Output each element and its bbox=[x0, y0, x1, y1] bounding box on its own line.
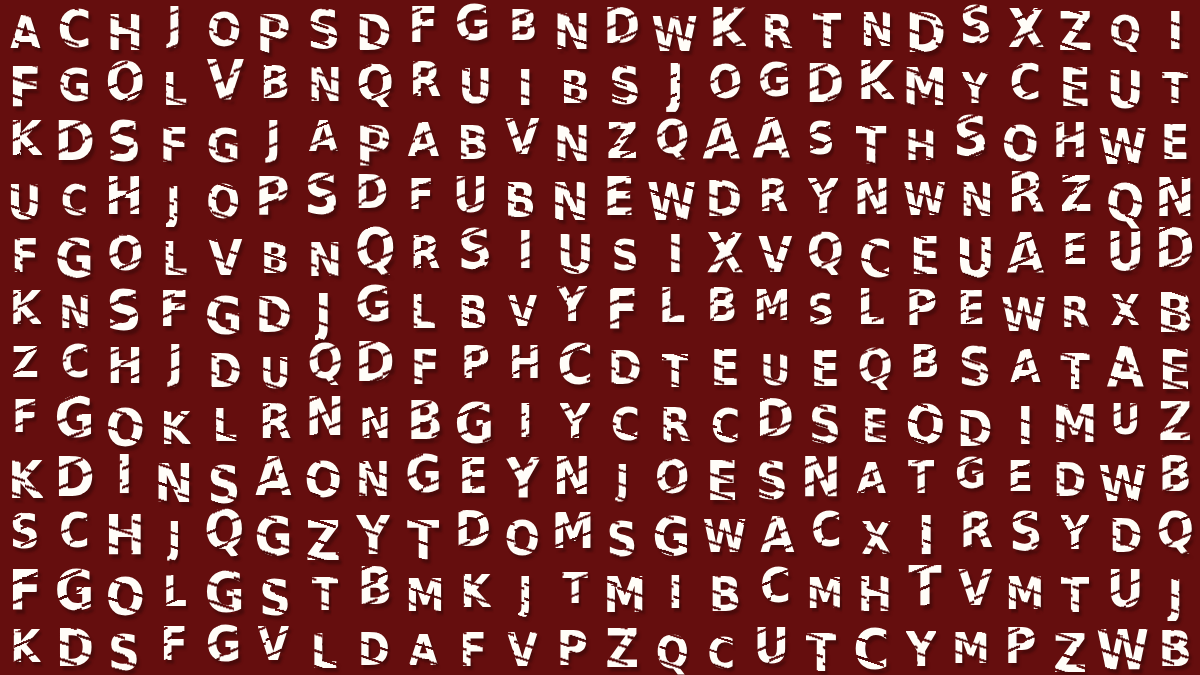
grid-cell: G bbox=[59, 63, 92, 108]
grid-cell: Q bbox=[204, 504, 244, 557]
grid-cell: B bbox=[560, 67, 589, 111]
grid-cell: Q bbox=[655, 631, 688, 675]
grid-cell: L bbox=[310, 628, 337, 675]
grid-cell: D bbox=[1109, 514, 1143, 560]
grid-cell: G bbox=[455, 0, 491, 48]
grid-cell: G bbox=[205, 564, 245, 620]
grid-cell: E bbox=[1059, 62, 1091, 115]
grid-cell: N bbox=[554, 118, 591, 168]
grid-cell: K bbox=[10, 625, 40, 669]
grid-cell: E bbox=[910, 232, 940, 283]
grid-row: SCHJQGZYTDOMSGWACXIRSYDQ bbox=[0, 506, 1200, 562]
grid-cell: D bbox=[355, 335, 395, 390]
grid-cell: G bbox=[955, 452, 986, 495]
grid-cell: Q bbox=[307, 337, 342, 384]
grid-cell: C bbox=[60, 339, 89, 384]
grid-cell: N bbox=[553, 451, 591, 503]
grid-cell: B bbox=[457, 119, 488, 166]
grid-cell: G bbox=[207, 122, 241, 169]
grid-cell: F bbox=[8, 562, 41, 617]
grid-cell: F bbox=[606, 282, 639, 336]
grid-cell: P bbox=[255, 170, 289, 223]
grid-cell: J bbox=[166, 180, 181, 227]
grid-cell: S bbox=[107, 282, 142, 338]
grid-cell: Y bbox=[807, 172, 838, 220]
grid-cell: G bbox=[455, 395, 495, 450]
grid-cell: U bbox=[259, 351, 290, 394]
grid-cell: R bbox=[761, 9, 793, 56]
grid-cell: U bbox=[1106, 226, 1144, 279]
grid-cell: R bbox=[1008, 164, 1045, 219]
grid-cell: W bbox=[1098, 122, 1147, 172]
grid-cell: S bbox=[807, 116, 835, 160]
grid-cell: B bbox=[910, 340, 940, 384]
grid-cell: A bbox=[1010, 344, 1040, 389]
grid-cell: Z bbox=[1060, 168, 1092, 219]
grid-cell: H bbox=[107, 341, 143, 390]
grid-cell: E bbox=[1008, 455, 1034, 498]
grid-cell: S bbox=[307, 4, 340, 57]
grid-cell: S bbox=[458, 222, 493, 277]
grid-cell: H bbox=[905, 123, 937, 166]
grid-cell: W bbox=[647, 178, 696, 229]
grid-cell: S bbox=[808, 289, 835, 331]
grid-cell: D bbox=[957, 404, 993, 453]
grid-cell: F bbox=[159, 284, 189, 334]
grid-cell: W bbox=[1000, 292, 1045, 339]
grid-cell: D bbox=[1054, 458, 1087, 504]
grid-cell: L bbox=[857, 283, 885, 333]
grid-cell: R bbox=[259, 397, 291, 445]
grid-cell: U bbox=[1106, 65, 1143, 117]
grid-cell: N bbox=[554, 6, 591, 56]
grid-cell: E bbox=[1161, 119, 1190, 167]
grid-cell: C bbox=[59, 507, 90, 555]
grid-cell: F bbox=[11, 233, 39, 280]
grid-row: KDSFGVLDAFVPZQCUTCYMPZWB bbox=[0, 619, 1200, 675]
grid-cell: Q bbox=[356, 58, 393, 108]
grid-cell: A bbox=[408, 629, 437, 672]
grid-cell: P bbox=[460, 340, 489, 385]
grid-cell: T bbox=[908, 457, 934, 501]
grid-cell: C bbox=[853, 621, 889, 675]
grid-cell: A bbox=[309, 115, 338, 158]
grid-cell: O bbox=[655, 455, 689, 501]
grid-row: KNSFGDJGLBVYFLBMSLPEWRXB bbox=[0, 281, 1200, 337]
grid-cell: B bbox=[706, 283, 737, 329]
grid-cell: O bbox=[505, 515, 541, 562]
grid-cell: D bbox=[355, 170, 388, 216]
grid-row: ZCHJDUQDFPHCDTEUEQBSATAE bbox=[0, 338, 1200, 394]
grid-cell: A bbox=[760, 510, 794, 560]
grid-cell: S bbox=[108, 627, 140, 675]
grid-cell: Y bbox=[1061, 511, 1090, 557]
grid-cell: V bbox=[507, 628, 538, 674]
grid-cell: C bbox=[811, 506, 842, 554]
grid-cell: D bbox=[255, 290, 292, 340]
grid-cell: S bbox=[609, 61, 641, 112]
grid-cell: E bbox=[810, 344, 840, 393]
grid-cell: R bbox=[409, 57, 441, 104]
grid-cell: S bbox=[755, 456, 787, 507]
grid-cell: I bbox=[517, 63, 533, 113]
grid-cell: N bbox=[960, 178, 994, 224]
grid-cell: I bbox=[667, 229, 684, 280]
grid-row: FGOLGSTBMKJTMIBCMHTVMTUJ bbox=[0, 563, 1200, 619]
grid-row: UCHJOPSDFUBNEWDRYNWNRZQN bbox=[0, 169, 1200, 225]
grid-row: FGOLVBNQRUIBSJOGDKMYCEUT bbox=[0, 56, 1200, 112]
grid-cell: X bbox=[1007, 1, 1044, 55]
grid-cell: D bbox=[355, 9, 391, 58]
grid-cell: G bbox=[255, 511, 293, 564]
grid-cell: T bbox=[407, 514, 439, 568]
grid-cell: R bbox=[959, 506, 993, 556]
grid-cell: E bbox=[710, 344, 740, 393]
grid-cell: Z bbox=[1053, 627, 1087, 675]
grid-cell: F bbox=[408, 173, 434, 216]
grid-cell: S bbox=[611, 234, 638, 277]
grid-cell: I bbox=[1167, 6, 1184, 57]
grid-cell: N bbox=[308, 237, 343, 284]
grid-cell: E bbox=[957, 285, 985, 332]
grid-cell: R bbox=[1061, 292, 1090, 335]
grid-cell: D bbox=[455, 505, 492, 555]
grid-cell: W bbox=[1099, 459, 1147, 509]
grid-cell: N bbox=[308, 62, 342, 109]
grid-cell: M bbox=[807, 572, 844, 614]
grid-cell: P bbox=[557, 624, 588, 673]
grid-cell: C bbox=[859, 234, 892, 285]
grid-cell: K bbox=[160, 407, 190, 451]
grid-cell: Q bbox=[1156, 506, 1194, 556]
grid-cell: G bbox=[758, 58, 791, 104]
grid-cell: E bbox=[458, 451, 488, 500]
grid-cell: D bbox=[705, 173, 742, 224]
grid-cell: U bbox=[1107, 563, 1144, 615]
grid-cell: Z bbox=[1058, 5, 1092, 59]
grid-cell: Q bbox=[1109, 10, 1141, 53]
grid-cell: O bbox=[905, 398, 945, 451]
grid-cell: O bbox=[105, 571, 144, 623]
grid-cell: V bbox=[208, 233, 242, 283]
grid-cell: A bbox=[1106, 340, 1143, 395]
grid-cell: H bbox=[858, 571, 893, 618]
grid-cell: D bbox=[1155, 221, 1195, 276]
grid-cell: G bbox=[653, 511, 691, 563]
grid-cell: C bbox=[61, 179, 88, 221]
grid-cell: F bbox=[160, 121, 189, 170]
grid-cell: E bbox=[1158, 342, 1191, 397]
grid-cell: B bbox=[1156, 286, 1193, 341]
grid-cell: D bbox=[608, 345, 642, 392]
grid-cell: N bbox=[305, 391, 344, 444]
grid-cell: N bbox=[860, 8, 893, 53]
grid-cell: E bbox=[861, 404, 888, 449]
grid-cell: N bbox=[854, 172, 891, 222]
grid-cell: U bbox=[458, 64, 492, 112]
grid-cell: K bbox=[709, 1, 746, 55]
grid-cell: N bbox=[356, 457, 391, 505]
grid-cell: S bbox=[304, 166, 339, 222]
grid-cell: N bbox=[801, 450, 841, 505]
grid-cell: K bbox=[857, 54, 894, 108]
grid-cell: M bbox=[603, 571, 646, 620]
grid-cell: Y bbox=[557, 281, 587, 328]
grid-cell: D bbox=[906, 6, 947, 62]
grid-cell: R bbox=[410, 231, 440, 276]
grid-cell: M bbox=[753, 285, 790, 327]
grid-cell: C bbox=[557, 336, 593, 392]
grid-cell: P bbox=[256, 8, 291, 62]
grid-cell: J bbox=[1167, 573, 1183, 621]
grid-cell: D bbox=[756, 392, 794, 444]
grid-cell: I bbox=[116, 448, 134, 502]
grid-cell: Z bbox=[306, 513, 342, 569]
grid-cell: K bbox=[9, 286, 41, 332]
grid-cell: O bbox=[708, 60, 742, 106]
grid-cell: L bbox=[410, 289, 436, 335]
grid-cell: A bbox=[703, 112, 741, 167]
grid-cell: S bbox=[259, 573, 291, 623]
grid-cell: C bbox=[610, 402, 639, 447]
word-search-board: ACHJOPSDFGBNDWKRTNDSXZQIFGOLVBNQRUIBSJOG… bbox=[0, 0, 1200, 675]
grid-cell: I bbox=[517, 225, 534, 276]
grid-cell: G bbox=[56, 232, 95, 286]
grid-cell: S bbox=[107, 114, 142, 169]
grid-cell: A bbox=[753, 110, 791, 165]
grid-cell: U bbox=[7, 179, 42, 228]
grid-cell: Q bbox=[857, 343, 892, 390]
grid-cell: U bbox=[760, 348, 791, 391]
grid-cell: R bbox=[759, 174, 789, 218]
grid-cell: V bbox=[958, 562, 992, 612]
grid-cell: A bbox=[407, 117, 438, 163]
grid-cell: Q bbox=[806, 227, 843, 277]
grid-cell: Q bbox=[655, 114, 689, 160]
grid-cell: Y bbox=[559, 397, 590, 446]
grid-cell: G bbox=[205, 290, 243, 342]
grid-cell: U bbox=[1110, 398, 1140, 440]
grid-cell: Z bbox=[1158, 395, 1192, 448]
grid-cell: S bbox=[1009, 506, 1042, 559]
grid-cell: J bbox=[518, 571, 533, 617]
grid-cell: U bbox=[453, 170, 488, 219]
grid-cell: D bbox=[604, 1, 641, 52]
grid-cell: V bbox=[758, 230, 792, 280]
grid-cell: E bbox=[705, 454, 738, 509]
grid-cell: S bbox=[10, 509, 40, 557]
grid-cell: T bbox=[806, 628, 836, 675]
grid-cell: V bbox=[206, 53, 243, 108]
grid-cell: A bbox=[856, 457, 885, 500]
grid-cell: N bbox=[58, 292, 90, 336]
grid-cell: L bbox=[163, 68, 188, 112]
grid-cell: R bbox=[659, 402, 690, 448]
grid-cell: G bbox=[405, 450, 442, 501]
grid-cell: X bbox=[861, 517, 892, 562]
grid-cell: A bbox=[256, 450, 292, 503]
grid-cell: Z bbox=[11, 341, 38, 384]
grid-cell: F bbox=[408, 1, 438, 50]
grid-cell: T bbox=[1061, 571, 1090, 619]
grid-cell: C bbox=[708, 632, 735, 675]
grid-cell: T bbox=[1162, 67, 1188, 110]
grid-cell: K bbox=[460, 569, 490, 614]
grid-cell: J bbox=[315, 288, 332, 341]
grid-cell: C bbox=[710, 403, 739, 449]
grid-cell: O bbox=[207, 7, 241, 53]
grid-cell: X bbox=[1111, 289, 1140, 332]
grid-cell: J bbox=[666, 57, 684, 112]
grid-cell: C bbox=[760, 562, 791, 610]
grid-cell: G bbox=[355, 279, 391, 329]
grid-cell: L bbox=[213, 404, 238, 448]
grid-cell: L bbox=[163, 569, 187, 612]
grid-cell: G bbox=[55, 390, 95, 446]
grid-cell: D bbox=[357, 628, 389, 672]
grid-cell: H bbox=[1053, 117, 1088, 165]
grid-cell: L bbox=[162, 236, 188, 282]
grid-cell: B bbox=[458, 291, 488, 336]
grid-cell: F bbox=[410, 343, 439, 391]
grid-cell: J bbox=[266, 113, 282, 162]
grid-cell: M bbox=[551, 507, 594, 556]
grid-cell: H bbox=[509, 340, 542, 385]
grid-cell: D bbox=[806, 57, 845, 110]
grid-cell: J bbox=[615, 458, 629, 501]
grid-cell: B bbox=[508, 4, 536, 46]
grid-cell: T bbox=[812, 8, 841, 56]
grid-cell: B bbox=[1158, 624, 1192, 674]
grid-cell: N bbox=[359, 401, 391, 444]
grid-cell: B bbox=[260, 61, 290, 106]
grid-cell: T bbox=[662, 349, 689, 394]
grid-cell: S bbox=[953, 108, 988, 164]
grid-cell: B bbox=[1158, 449, 1191, 499]
grid-cell: S bbox=[958, 341, 991, 394]
grid-cell: M bbox=[952, 627, 990, 670]
grid-cell: E bbox=[1062, 229, 1088, 271]
grid-cell: T bbox=[908, 558, 941, 614]
grid-cell: G bbox=[206, 620, 242, 669]
grid-cell: W bbox=[703, 514, 747, 559]
grid-cell: G bbox=[55, 562, 95, 617]
grid-cell: L bbox=[659, 282, 686, 330]
grid-cell: S bbox=[607, 515, 638, 564]
grid-cell: H bbox=[104, 508, 145, 563]
grid-cell: O bbox=[206, 180, 240, 225]
grid-cell: J bbox=[166, 0, 182, 48]
grid-cell: M bbox=[1005, 571, 1044, 616]
grid-cell: V bbox=[258, 621, 290, 667]
grid-cell: B bbox=[709, 569, 742, 618]
grid-cell: C bbox=[58, 4, 92, 56]
grid-cell: Z bbox=[605, 623, 639, 675]
grid-cell: W bbox=[903, 177, 946, 221]
grid-cell: C bbox=[1009, 59, 1041, 108]
grid-cell: P bbox=[905, 284, 937, 333]
grid-row: KDINSAONGEYNJOESNATGEDWB bbox=[0, 450, 1200, 506]
grid-cell: B bbox=[358, 560, 393, 612]
grid-cell: B bbox=[261, 237, 290, 280]
grid-cell: T bbox=[312, 573, 339, 618]
grid-cell: V bbox=[508, 290, 537, 333]
grid-row: ACHJOPSDFGBNDWKRTNDSXZQI bbox=[0, 0, 1200, 56]
grid-cell: W bbox=[1096, 623, 1149, 675]
grid-cell: M bbox=[903, 62, 948, 113]
grid-cell: I bbox=[1017, 402, 1034, 453]
grid-cell: U bbox=[955, 231, 995, 286]
grid-cell: D bbox=[208, 347, 242, 394]
grid-cell: F bbox=[12, 395, 38, 439]
grid-cell: F bbox=[8, 60, 41, 115]
grid-cell: B bbox=[504, 178, 536, 225]
grid-cell: M bbox=[1052, 398, 1098, 450]
grid-cell: F bbox=[459, 627, 487, 673]
grid-cell: S bbox=[809, 400, 841, 451]
grid-cell: M bbox=[405, 573, 445, 618]
grid-cell: F bbox=[160, 621, 188, 667]
grid-cell: S bbox=[960, 0, 993, 51]
grid-cell: A bbox=[1006, 226, 1043, 281]
grid-cell: Y bbox=[905, 625, 936, 673]
grid-cell: Z bbox=[606, 116, 637, 165]
grid-cell: B bbox=[407, 394, 443, 448]
grid-cell: P bbox=[1004, 621, 1036, 671]
grid-cell: K bbox=[8, 456, 43, 507]
grid-cell: N bbox=[155, 457, 194, 510]
grid-cell: V bbox=[505, 111, 539, 162]
grid-cell: D bbox=[54, 112, 95, 168]
grid-cell: O bbox=[305, 455, 342, 505]
grid-row: FGOKLRNNBGIYCRCDSEODIMUZ bbox=[0, 394, 1200, 450]
grid-cell: E bbox=[603, 170, 635, 223]
grid-cell: D bbox=[56, 622, 94, 674]
grid-cell: O bbox=[105, 56, 144, 109]
grid-cell: H bbox=[105, 170, 143, 222]
grid-cell: D bbox=[55, 450, 95, 505]
grid-cell: O bbox=[107, 229, 143, 277]
grid-cell: K bbox=[8, 115, 41, 163]
grid-cell: T bbox=[1060, 347, 1090, 397]
grid-cell: J bbox=[167, 338, 183, 387]
grid-cell: U bbox=[754, 621, 790, 671]
grid-cell: U bbox=[556, 229, 594, 282]
grid-cell: A bbox=[10, 11, 40, 56]
grid-cell: Y bbox=[505, 451, 540, 506]
grid-cell: Q bbox=[355, 221, 396, 275]
grid-cell: T bbox=[562, 567, 588, 610]
grid-cell: I bbox=[517, 398, 532, 444]
grid-cell: N bbox=[551, 177, 589, 229]
grid-cell: J bbox=[167, 517, 181, 561]
grid-cell: T bbox=[856, 120, 887, 172]
grid-row: FGOLVBNQRSIUSIXVQCEUAEUD bbox=[0, 225, 1200, 281]
grid-cell: X bbox=[706, 225, 743, 280]
grid-cell: I bbox=[668, 570, 683, 615]
